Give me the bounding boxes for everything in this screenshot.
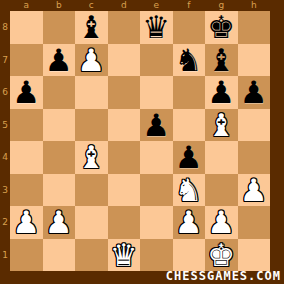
white-pawn[interactable]: ♟ bbox=[173, 206, 206, 239]
white-queen[interactable]: ♛ bbox=[108, 239, 141, 272]
rank-label-7: 7 bbox=[0, 44, 10, 77]
square-e7[interactable] bbox=[140, 44, 173, 77]
chess-board: ♝♛♚♟♟♞♝♟♟♟♟♝♝♟♞♟♟♟♟♟♛♚ bbox=[10, 11, 270, 271]
square-a3[interactable] bbox=[10, 174, 43, 207]
square-a2[interactable]: ♟ bbox=[10, 206, 43, 239]
square-c5[interactable] bbox=[75, 109, 108, 142]
square-d7[interactable] bbox=[108, 44, 141, 77]
white-knight[interactable]: ♞ bbox=[173, 174, 206, 207]
square-g1[interactable]: ♚ bbox=[205, 239, 238, 272]
square-b4[interactable] bbox=[43, 141, 76, 174]
square-h8[interactable] bbox=[238, 11, 271, 44]
square-a6[interactable]: ♟ bbox=[10, 76, 43, 109]
square-d3[interactable] bbox=[108, 174, 141, 207]
square-g6[interactable]: ♟ bbox=[205, 76, 238, 109]
square-b5[interactable] bbox=[43, 109, 76, 142]
white-pawn[interactable]: ♟ bbox=[10, 206, 43, 239]
rank-label-4: 4 bbox=[0, 141, 10, 174]
square-b2[interactable]: ♟ bbox=[43, 206, 76, 239]
rank-labels: 87654321 bbox=[0, 11, 10, 271]
rank-label-6: 6 bbox=[0, 76, 10, 109]
file-label-b: b bbox=[43, 0, 76, 11]
square-h6[interactable]: ♟ bbox=[238, 76, 271, 109]
square-c2[interactable] bbox=[75, 206, 108, 239]
square-b8[interactable] bbox=[43, 11, 76, 44]
square-h5[interactable] bbox=[238, 109, 271, 142]
square-e8[interactable]: ♛ bbox=[140, 11, 173, 44]
square-a5[interactable] bbox=[10, 109, 43, 142]
white-pawn[interactable]: ♟ bbox=[238, 174, 271, 207]
square-e1[interactable] bbox=[140, 239, 173, 272]
white-pawn[interactable]: ♟ bbox=[43, 206, 76, 239]
rank-label-3: 3 bbox=[0, 174, 10, 207]
file-label-f: f bbox=[173, 0, 206, 11]
black-bishop[interactable]: ♝ bbox=[75, 11, 108, 44]
chessgames-watermark[interactable]: CHESSGAMES.COM bbox=[166, 269, 281, 283]
square-h4[interactable] bbox=[238, 141, 271, 174]
square-g4[interactable] bbox=[205, 141, 238, 174]
square-d5[interactable] bbox=[108, 109, 141, 142]
square-a8[interactable] bbox=[10, 11, 43, 44]
square-b3[interactable] bbox=[43, 174, 76, 207]
white-bishop[interactable]: ♝ bbox=[75, 141, 108, 174]
black-pawn[interactable]: ♟ bbox=[205, 76, 238, 109]
black-pawn[interactable]: ♟ bbox=[43, 44, 76, 77]
rank-label-8: 8 bbox=[0, 11, 10, 44]
square-b1[interactable] bbox=[43, 239, 76, 272]
square-d4[interactable] bbox=[108, 141, 141, 174]
rank-label-5: 5 bbox=[0, 109, 10, 142]
black-pawn[interactable]: ♟ bbox=[238, 76, 271, 109]
square-g7[interactable]: ♝ bbox=[205, 44, 238, 77]
square-a7[interactable] bbox=[10, 44, 43, 77]
square-f2[interactable]: ♟ bbox=[173, 206, 206, 239]
square-h3[interactable]: ♟ bbox=[238, 174, 271, 207]
white-pawn[interactable]: ♟ bbox=[205, 206, 238, 239]
black-pawn[interactable]: ♟ bbox=[140, 109, 173, 142]
black-pawn[interactable]: ♟ bbox=[10, 76, 43, 109]
square-c7[interactable]: ♟ bbox=[75, 44, 108, 77]
square-c1[interactable] bbox=[75, 239, 108, 272]
square-b6[interactable] bbox=[43, 76, 76, 109]
square-a1[interactable] bbox=[10, 239, 43, 272]
square-f8[interactable] bbox=[173, 11, 206, 44]
square-f5[interactable] bbox=[173, 109, 206, 142]
square-c4[interactable]: ♝ bbox=[75, 141, 108, 174]
square-h2[interactable] bbox=[238, 206, 271, 239]
black-knight[interactable]: ♞ bbox=[173, 44, 206, 77]
square-f3[interactable]: ♞ bbox=[173, 174, 206, 207]
square-h1[interactable] bbox=[238, 239, 271, 272]
square-a4[interactable] bbox=[10, 141, 43, 174]
square-d8[interactable] bbox=[108, 11, 141, 44]
white-bishop[interactable]: ♝ bbox=[205, 109, 238, 142]
square-f6[interactable] bbox=[173, 76, 206, 109]
chess-diagram: abcdefgh 87654321 ♝♛♚♟♟♞♝♟♟♟♟♝♝♟♞♟♟♟♟♟♛♚… bbox=[0, 0, 284, 284]
square-e5[interactable]: ♟ bbox=[140, 109, 173, 142]
square-b7[interactable]: ♟ bbox=[43, 44, 76, 77]
square-e4[interactable] bbox=[140, 141, 173, 174]
square-c6[interactable] bbox=[75, 76, 108, 109]
square-g5[interactable]: ♝ bbox=[205, 109, 238, 142]
square-h7[interactable] bbox=[238, 44, 271, 77]
rank-label-2: 2 bbox=[0, 206, 10, 239]
square-e3[interactable] bbox=[140, 174, 173, 207]
white-king[interactable]: ♚ bbox=[205, 239, 238, 272]
black-pawn[interactable]: ♟ bbox=[173, 141, 206, 174]
black-queen[interactable]: ♛ bbox=[140, 11, 173, 44]
square-f1[interactable] bbox=[173, 239, 206, 272]
square-f4[interactable]: ♟ bbox=[173, 141, 206, 174]
square-c3[interactable] bbox=[75, 174, 108, 207]
file-label-a: a bbox=[10, 0, 43, 11]
square-e2[interactable] bbox=[140, 206, 173, 239]
rank-label-1: 1 bbox=[0, 239, 10, 272]
black-king[interactable]: ♚ bbox=[205, 11, 238, 44]
square-d2[interactable] bbox=[108, 206, 141, 239]
file-label-d: d bbox=[108, 0, 141, 11]
square-f7[interactable]: ♞ bbox=[173, 44, 206, 77]
square-d6[interactable] bbox=[108, 76, 141, 109]
file-label-h: h bbox=[238, 0, 271, 11]
square-g3[interactable] bbox=[205, 174, 238, 207]
square-g8[interactable]: ♚ bbox=[205, 11, 238, 44]
square-d1[interactable]: ♛ bbox=[108, 239, 141, 272]
square-c8[interactable]: ♝ bbox=[75, 11, 108, 44]
white-pawn[interactable]: ♟ bbox=[75, 44, 108, 77]
square-g2[interactable]: ♟ bbox=[205, 206, 238, 239]
square-e6[interactable] bbox=[140, 76, 173, 109]
black-bishop[interactable]: ♝ bbox=[205, 44, 238, 77]
